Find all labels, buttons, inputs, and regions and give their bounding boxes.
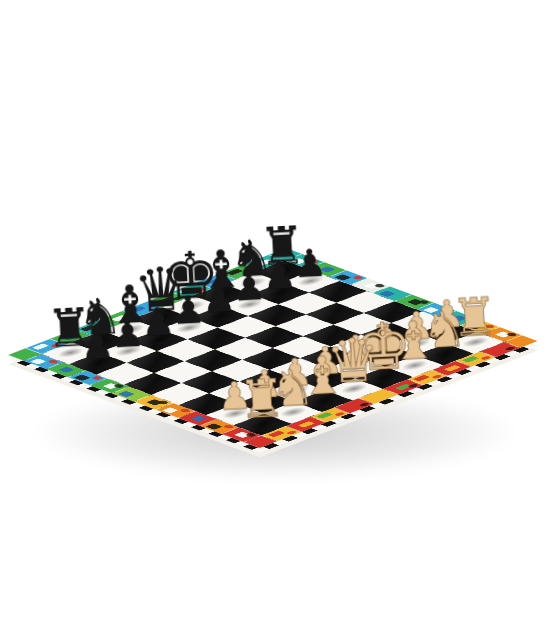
- white-rook-glyph: ♜: [215, 373, 307, 427]
- black-pawn-glyph: ♟: [51, 325, 143, 366]
- product-photo-background: ♜♞♝♛♚♝♞♜♟♟♟♟♟♟♟♟♟♟♟♟♟♟♟♟♜♞♝♛♚♝♞♜: [0, 0, 550, 630]
